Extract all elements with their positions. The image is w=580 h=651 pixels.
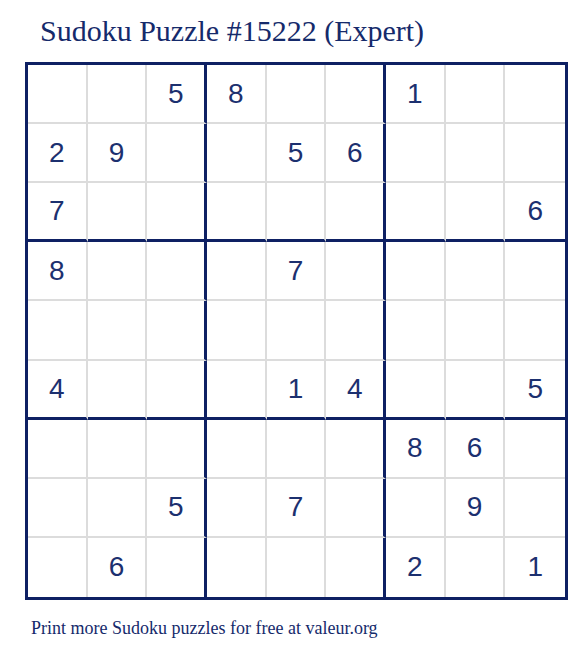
- cell-r5c4: [207, 301, 267, 360]
- cell-r4c7: [386, 242, 446, 301]
- cell-r5c5: [267, 301, 327, 360]
- cell-r1c4: 8: [207, 65, 267, 124]
- cell-r9c6: [326, 538, 386, 597]
- cell-r5c1: [28, 301, 88, 360]
- cell-r7c3: [147, 420, 207, 479]
- cell-r3c1: 7: [28, 183, 88, 242]
- cell-r2c6: 6: [326, 124, 386, 183]
- cell-r4c1: 8: [28, 242, 88, 301]
- cell-r3c8: [446, 183, 506, 242]
- cell-r6c7: [386, 361, 446, 420]
- cell-r2c4: [207, 124, 267, 183]
- cell-r8c9: [505, 479, 565, 538]
- cell-r6c1: 4: [28, 361, 88, 420]
- cell-r9c3: [147, 538, 207, 597]
- cell-r8c1: [28, 479, 88, 538]
- cell-r8c7: [386, 479, 446, 538]
- cell-r9c5: [267, 538, 327, 597]
- cell-r8c6: [326, 479, 386, 538]
- footer-text: Print more Sudoku puzzles for free at va…: [31, 618, 378, 639]
- cell-r2c3: [147, 124, 207, 183]
- cell-r5c3: [147, 301, 207, 360]
- sudoku-board: 58129567687414586579621: [25, 62, 568, 600]
- cell-r3c3: [147, 183, 207, 242]
- cell-r8c5: 7: [267, 479, 327, 538]
- cell-r4c9: [505, 242, 565, 301]
- cell-r9c8: [446, 538, 506, 597]
- cell-r8c3: 5: [147, 479, 207, 538]
- cell-r1c6: [326, 65, 386, 124]
- cell-r1c1: [28, 65, 88, 124]
- cell-r5c2: [88, 301, 148, 360]
- cell-r3c9: 6: [505, 183, 565, 242]
- cell-r5c8: [446, 301, 506, 360]
- cell-r3c5: [267, 183, 327, 242]
- cell-r7c2: [88, 420, 148, 479]
- cell-r3c2: [88, 183, 148, 242]
- cell-r7c7: 8: [386, 420, 446, 479]
- cell-r7c5: [267, 420, 327, 479]
- cell-r6c3: [147, 361, 207, 420]
- cell-r5c9: [505, 301, 565, 360]
- cell-r7c4: [207, 420, 267, 479]
- cell-r2c7: [386, 124, 446, 183]
- cell-r1c2: [88, 65, 148, 124]
- cell-r3c4: [207, 183, 267, 242]
- cell-r8c4: [207, 479, 267, 538]
- cell-r6c2: [88, 361, 148, 420]
- cell-r4c6: [326, 242, 386, 301]
- cell-r9c1: [28, 538, 88, 597]
- sudoku-page: Sudoku Puzzle #15222 (Expert) 5812956768…: [0, 0, 580, 651]
- cell-r6c8: [446, 361, 506, 420]
- cell-r4c5: 7: [267, 242, 327, 301]
- page-title: Sudoku Puzzle #15222 (Expert): [40, 14, 424, 48]
- cell-r3c6: [326, 183, 386, 242]
- cell-r4c2: [88, 242, 148, 301]
- cell-r7c8: 6: [446, 420, 506, 479]
- cell-r7c9: [505, 420, 565, 479]
- cell-r1c3: 5: [147, 65, 207, 124]
- cell-r6c6: 4: [326, 361, 386, 420]
- cell-r5c6: [326, 301, 386, 360]
- cell-r8c2: [88, 479, 148, 538]
- cell-r9c4: [207, 538, 267, 597]
- cell-r5c7: [386, 301, 446, 360]
- cell-r9c7: 2: [386, 538, 446, 597]
- cell-r4c4: [207, 242, 267, 301]
- cell-r3c7: [386, 183, 446, 242]
- cell-r6c4: [207, 361, 267, 420]
- cell-r2c1: 2: [28, 124, 88, 183]
- cell-r2c9: [505, 124, 565, 183]
- cell-r1c9: [505, 65, 565, 124]
- cell-r2c2: 9: [88, 124, 148, 183]
- cell-r7c6: [326, 420, 386, 479]
- cell-r2c5: 5: [267, 124, 327, 183]
- cell-r1c7: 1: [386, 65, 446, 124]
- cell-r1c8: [446, 65, 506, 124]
- cell-r4c8: [446, 242, 506, 301]
- cell-r9c9: 1: [505, 538, 565, 597]
- cell-r9c2: 6: [88, 538, 148, 597]
- cell-r6c9: 5: [505, 361, 565, 420]
- cell-r8c8: 9: [446, 479, 506, 538]
- cell-r2c8: [446, 124, 506, 183]
- cell-r4c3: [147, 242, 207, 301]
- cell-r6c5: 1: [267, 361, 327, 420]
- cell-r7c1: [28, 420, 88, 479]
- cell-r1c5: [267, 65, 327, 124]
